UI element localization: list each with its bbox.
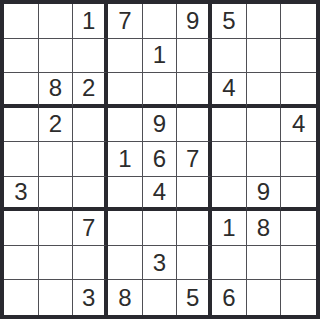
cell-r9c3-given-3[interactable]: 3 xyxy=(73,280,108,315)
cell-r5c8-empty[interactable] xyxy=(247,142,282,177)
cell-r7c4-empty[interactable] xyxy=(108,211,143,246)
cell-r8c1-empty[interactable] xyxy=(4,246,39,281)
cell-r5c5-given-6[interactable]: 6 xyxy=(143,142,178,177)
cell-r1c7-given-5[interactable]: 5 xyxy=(212,4,247,39)
cell-r5c3-empty[interactable] xyxy=(73,142,108,177)
cell-r7c2-empty[interactable] xyxy=(39,211,74,246)
cell-r2c8-empty[interactable] xyxy=(247,39,282,74)
cell-r2c1-empty[interactable] xyxy=(4,39,39,74)
cell-r6c3-empty[interactable] xyxy=(73,177,108,212)
cell-r3c3-given-2[interactable]: 2 xyxy=(73,73,108,108)
cell-r9c4-given-8[interactable]: 8 xyxy=(108,280,143,315)
cell-r7c8-given-8[interactable]: 8 xyxy=(247,211,282,246)
cell-r1c6-given-9[interactable]: 9 xyxy=(177,4,212,39)
cell-r3c2-given-8[interactable]: 8 xyxy=(39,73,74,108)
cell-r8c7-empty[interactable] xyxy=(212,246,247,281)
cell-r9c9-empty[interactable] xyxy=(281,280,316,315)
cell-r8c2-empty[interactable] xyxy=(39,246,74,281)
cell-r8c6-empty[interactable] xyxy=(177,246,212,281)
cell-r9c2-empty[interactable] xyxy=(39,280,74,315)
cell-r9c1-empty[interactable] xyxy=(4,280,39,315)
cell-r5c4-given-1[interactable]: 1 xyxy=(108,142,143,177)
cell-r1c9-empty[interactable] xyxy=(281,4,316,39)
cell-r7c7-given-1[interactable]: 1 xyxy=(212,211,247,246)
cell-r7c3-given-7[interactable]: 7 xyxy=(73,211,108,246)
cell-r2c4-empty[interactable] xyxy=(108,39,143,74)
sudoku-puzzle: 1795182429416734971833856 xyxy=(0,0,320,319)
cell-r3c9-empty[interactable] xyxy=(281,73,316,108)
cell-r2c9-empty[interactable] xyxy=(281,39,316,74)
cell-r8c9-empty[interactable] xyxy=(281,246,316,281)
cell-r3c1-empty[interactable] xyxy=(4,73,39,108)
cell-r7c9-empty[interactable] xyxy=(281,211,316,246)
cell-r4c8-empty[interactable] xyxy=(247,108,282,143)
cell-r6c1-given-3[interactable]: 3 xyxy=(4,177,39,212)
cell-r1c4-given-7[interactable]: 7 xyxy=(108,4,143,39)
cell-r6c9-empty[interactable] xyxy=(281,177,316,212)
cell-r8c8-empty[interactable] xyxy=(247,246,282,281)
cell-r2c3-empty[interactable] xyxy=(73,39,108,74)
cell-r1c2-empty[interactable] xyxy=(39,4,74,39)
cell-r4c2-given-2[interactable]: 2 xyxy=(39,108,74,143)
cell-r8c5-given-3[interactable]: 3 xyxy=(143,246,178,281)
cell-r5c2-empty[interactable] xyxy=(39,142,74,177)
cell-r2c6-empty[interactable] xyxy=(177,39,212,74)
cell-r6c7-empty[interactable] xyxy=(212,177,247,212)
cell-r3c8-empty[interactable] xyxy=(247,73,282,108)
cell-r4c7-empty[interactable] xyxy=(212,108,247,143)
cell-r4c3-empty[interactable] xyxy=(73,108,108,143)
cell-r2c2-empty[interactable] xyxy=(39,39,74,74)
cell-r8c4-empty[interactable] xyxy=(108,246,143,281)
cell-r3c6-empty[interactable] xyxy=(177,73,212,108)
cell-r7c1-empty[interactable] xyxy=(4,211,39,246)
cell-r6c4-empty[interactable] xyxy=(108,177,143,212)
cell-r4c1-empty[interactable] xyxy=(4,108,39,143)
cell-r5c7-empty[interactable] xyxy=(212,142,247,177)
cell-r2c5-given-1[interactable]: 1 xyxy=(143,39,178,74)
cell-r7c6-empty[interactable] xyxy=(177,211,212,246)
cell-r9c6-given-5[interactable]: 5 xyxy=(177,280,212,315)
cell-r9c7-given-6[interactable]: 6 xyxy=(212,280,247,315)
cell-r4c6-empty[interactable] xyxy=(177,108,212,143)
cell-r9c5-empty[interactable] xyxy=(143,280,178,315)
cell-r8c3-empty[interactable] xyxy=(73,246,108,281)
cell-r1c3-given-1[interactable]: 1 xyxy=(73,4,108,39)
cell-r9c8-empty[interactable] xyxy=(247,280,282,315)
cell-r5c9-empty[interactable] xyxy=(281,142,316,177)
cell-r3c5-empty[interactable] xyxy=(143,73,178,108)
cell-r6c2-empty[interactable] xyxy=(39,177,74,212)
cell-r3c7-given-4[interactable]: 4 xyxy=(212,73,247,108)
cell-r3c4-empty[interactable] xyxy=(108,73,143,108)
cell-r1c5-empty[interactable] xyxy=(143,4,178,39)
cell-r1c1-empty[interactable] xyxy=(4,4,39,39)
cell-r4c5-given-9[interactable]: 9 xyxy=(143,108,178,143)
cell-r2c7-empty[interactable] xyxy=(212,39,247,74)
cell-r6c6-empty[interactable] xyxy=(177,177,212,212)
cell-r4c4-empty[interactable] xyxy=(108,108,143,143)
cell-r4c9-given-4[interactable]: 4 xyxy=(281,108,316,143)
sudoku-board: 1795182429416734971833856 xyxy=(0,0,320,319)
cell-r1c8-empty[interactable] xyxy=(247,4,282,39)
cell-r5c6-given-7[interactable]: 7 xyxy=(177,142,212,177)
cell-r5c1-empty[interactable] xyxy=(4,142,39,177)
cell-r6c8-given-9[interactable]: 9 xyxy=(247,177,282,212)
cell-r6c5-given-4[interactable]: 4 xyxy=(143,177,178,212)
cell-r7c5-empty[interactable] xyxy=(143,211,178,246)
